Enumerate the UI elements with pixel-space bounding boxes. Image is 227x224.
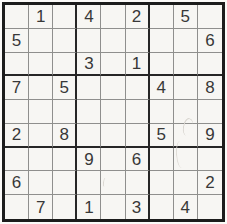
given-digit: 5	[60, 79, 69, 96]
cell-r3c6[interactable]: 1	[126, 53, 150, 77]
cell-r2c5[interactable]	[101, 29, 125, 53]
cell-r4c5[interactable]	[101, 76, 125, 100]
cell-r9c8[interactable]: 4	[174, 195, 198, 219]
given-digit: 4	[156, 79, 165, 96]
given-digit: 8	[205, 79, 214, 96]
cell-r3c7[interactable]	[150, 53, 174, 77]
given-digit: 4	[84, 8, 93, 25]
cell-r6c1[interactable]: 2	[5, 124, 29, 148]
cell-r9c2[interactable]: 7	[29, 195, 53, 219]
given-digit: 1	[36, 8, 45, 25]
cell-r1c3[interactable]	[53, 5, 77, 29]
cell-r8c4[interactable]	[77, 171, 101, 195]
cell-r9c5[interactable]	[101, 195, 125, 219]
cell-r1c4[interactable]: 4	[77, 5, 101, 29]
cell-r5c7[interactable]	[150, 100, 174, 124]
cell-r4c8[interactable]	[174, 76, 198, 100]
cell-r9c1[interactable]	[5, 195, 29, 219]
cell-r3c2[interactable]	[29, 53, 53, 77]
cell-r9c7[interactable]	[150, 195, 174, 219]
cell-r3c4[interactable]: 3	[77, 53, 101, 77]
cell-r1c6[interactable]: 2	[126, 5, 150, 29]
cell-r1c5[interactable]	[101, 5, 125, 29]
cell-r3c1[interactable]	[5, 53, 29, 77]
cell-r5c2[interactable]	[29, 100, 53, 124]
cell-r5c6[interactable]	[126, 100, 150, 124]
cell-r6c3[interactable]: 8	[53, 124, 77, 148]
cell-r3c3[interactable]	[53, 53, 77, 77]
given-digit: 7	[12, 79, 21, 96]
cell-r8c9[interactable]: 2	[198, 171, 222, 195]
cell-r7c2[interactable]	[29, 148, 53, 172]
cell-r3c5[interactable]	[101, 53, 125, 77]
given-digit: 9	[84, 151, 93, 168]
cell-r9c9[interactable]	[198, 195, 222, 219]
cell-r2c7[interactable]	[150, 29, 174, 53]
given-digit: 1	[84, 199, 93, 216]
cell-r6c2[interactable]	[29, 124, 53, 148]
cell-r7c9[interactable]	[198, 148, 222, 172]
cell-r6c5[interactable]	[101, 124, 125, 148]
cell-r9c3[interactable]	[53, 195, 77, 219]
cell-r2c6[interactable]	[126, 29, 150, 53]
cell-r1c2[interactable]: 1	[29, 5, 53, 29]
given-digit: 6	[12, 174, 21, 191]
cell-r3c8[interactable]	[174, 53, 198, 77]
cell-r2c1[interactable]: 5	[5, 29, 29, 53]
given-digit: 7	[36, 199, 45, 216]
given-digit: 6	[132, 151, 141, 168]
cell-r4c7[interactable]: 4	[150, 76, 174, 100]
given-digit: 5	[12, 32, 21, 49]
given-digit: 9	[205, 126, 214, 143]
cell-r1c7[interactable]	[150, 5, 174, 29]
cell-r5c1[interactable]	[5, 100, 29, 124]
sudoku-board: 142556317548285996627134	[2, 2, 225, 222]
given-digit: 2	[205, 174, 214, 191]
cell-r6c4[interactable]	[77, 124, 101, 148]
cell-r8c3[interactable]	[53, 171, 77, 195]
cell-r4c3[interactable]: 5	[53, 76, 77, 100]
cell-r7c5[interactable]	[101, 148, 125, 172]
given-digit: 3	[84, 55, 93, 72]
given-digit: 8	[60, 126, 69, 143]
cell-r5c9[interactable]	[198, 100, 222, 124]
given-digit: 2	[12, 126, 21, 143]
cell-r5c3[interactable]	[53, 100, 77, 124]
given-digit: 2	[132, 8, 141, 25]
cell-r5c4[interactable]	[77, 100, 101, 124]
cell-r7c8[interactable]	[174, 148, 198, 172]
cell-r8c5[interactable]	[101, 171, 125, 195]
cell-r8c7[interactable]	[150, 171, 174, 195]
cell-r2c9[interactable]: 6	[198, 29, 222, 53]
cell-r1c9[interactable]	[198, 5, 222, 29]
cell-r1c8[interactable]: 5	[174, 5, 198, 29]
given-digit: 5	[181, 8, 190, 25]
cell-r8c2[interactable]	[29, 171, 53, 195]
cell-r7c3[interactable]	[53, 148, 77, 172]
given-digit: 4	[181, 199, 190, 216]
given-digit: 6	[205, 32, 214, 49]
cell-r4c9[interactable]: 8	[198, 76, 222, 100]
scanned-sudoku-page: 142556317548285996627134	[0, 0, 227, 224]
cell-r6c7[interactable]: 5	[150, 124, 174, 148]
cell-r9c6[interactable]: 3	[126, 195, 150, 219]
cell-r7c6[interactable]: 6	[126, 148, 150, 172]
cell-r4c4[interactable]	[77, 76, 101, 100]
cell-r9c4[interactable]: 1	[77, 195, 101, 219]
cell-r7c1[interactable]	[5, 148, 29, 172]
cell-r2c2[interactable]	[29, 29, 53, 53]
cell-r5c5[interactable]	[101, 100, 125, 124]
given-digit: 3	[132, 199, 141, 216]
cell-r6c8[interactable]	[174, 124, 198, 148]
cell-r4c6[interactable]	[126, 76, 150, 100]
cell-r6c9[interactable]: 9	[198, 124, 222, 148]
cell-r1c1[interactable]	[5, 5, 29, 29]
cell-r8c8[interactable]	[174, 171, 198, 195]
cell-r7c7[interactable]	[150, 148, 174, 172]
cell-r8c6[interactable]	[126, 171, 150, 195]
cell-r4c2[interactable]	[29, 76, 53, 100]
cell-r7c4[interactable]: 9	[77, 148, 101, 172]
cell-r2c4[interactable]	[77, 29, 101, 53]
given-digit: 1	[132, 55, 141, 72]
cell-r8c1[interactable]: 6	[5, 171, 29, 195]
cell-r6c6[interactable]	[126, 124, 150, 148]
given-digit: 5	[156, 126, 165, 143]
cell-r2c8[interactable]	[174, 29, 198, 53]
cell-r4c1[interactable]: 7	[5, 76, 29, 100]
cell-r5c8[interactable]	[174, 100, 198, 124]
cell-r2c3[interactable]	[53, 29, 77, 53]
cell-r3c9[interactable]	[198, 53, 222, 77]
